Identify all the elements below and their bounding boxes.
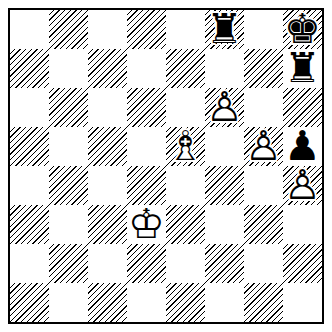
square-c5[interactable]: [88, 127, 127, 166]
square-a3[interactable]: [10, 205, 49, 244]
square-a8[interactable]: [10, 10, 49, 49]
square-f5[interactable]: [205, 127, 244, 166]
square-f3[interactable]: [205, 205, 244, 244]
white-pawn-h4: ♙: [283, 166, 322, 205]
square-c1[interactable]: [88, 283, 127, 322]
square-f6[interactable]: ♟♙: [205, 88, 244, 127]
square-g1[interactable]: [244, 283, 283, 322]
black-pawn-fill: ♟: [283, 127, 322, 166]
black-rook-h7: ♜: [283, 49, 322, 88]
square-h1[interactable]: [283, 283, 322, 322]
square-h6[interactable]: [283, 88, 322, 127]
square-a1[interactable]: [10, 283, 49, 322]
square-f1[interactable]: [205, 283, 244, 322]
black-king-fill: ♚: [283, 10, 322, 49]
square-b5[interactable]: [49, 127, 88, 166]
square-g6[interactable]: [244, 88, 283, 127]
chess-board: ♜♜♚♚♜♜♟♙♝♗♟♙♟♟♟♙♚♔: [10, 10, 322, 322]
black-rook-f8: ♜: [205, 10, 244, 49]
black-rook-fill: ♜: [205, 10, 244, 49]
square-d6[interactable]: [127, 88, 166, 127]
square-d4[interactable]: [127, 166, 166, 205]
square-d1[interactable]: [127, 283, 166, 322]
square-f2[interactable]: [205, 244, 244, 283]
square-f7[interactable]: [205, 49, 244, 88]
black-king-h8: ♚: [283, 10, 322, 49]
square-b8[interactable]: [49, 10, 88, 49]
square-c7[interactable]: [88, 49, 127, 88]
white-king-d3: ♔: [127, 205, 166, 244]
square-e6[interactable]: [166, 88, 205, 127]
square-g3[interactable]: [244, 205, 283, 244]
square-e2[interactable]: [166, 244, 205, 283]
square-b6[interactable]: [49, 88, 88, 127]
square-a7[interactable]: [10, 49, 49, 88]
chess-diagram-frame: ♜♜♚♚♜♜♟♙♝♗♟♙♟♟♟♙♚♔: [8, 8, 324, 324]
square-d2[interactable]: [127, 244, 166, 283]
square-g5[interactable]: ♟♙: [244, 127, 283, 166]
square-a2[interactable]: [10, 244, 49, 283]
white-bishop-fill: ♝: [166, 127, 205, 166]
white-pawn-fill: ♟: [283, 166, 322, 205]
square-e4[interactable]: [166, 166, 205, 205]
square-h7[interactable]: ♜♜: [283, 49, 322, 88]
black-pawn-h5: ♟: [283, 127, 322, 166]
white-pawn-f6: ♙: [205, 88, 244, 127]
square-f4[interactable]: [205, 166, 244, 205]
white-king-fill: ♚: [127, 205, 166, 244]
square-g2[interactable]: [244, 244, 283, 283]
square-g4[interactable]: [244, 166, 283, 205]
square-e5[interactable]: ♝♗: [166, 127, 205, 166]
square-f8[interactable]: ♜♜: [205, 10, 244, 49]
square-b2[interactable]: [49, 244, 88, 283]
square-g8[interactable]: [244, 10, 283, 49]
square-a6[interactable]: [10, 88, 49, 127]
square-b7[interactable]: [49, 49, 88, 88]
square-c4[interactable]: [88, 166, 127, 205]
white-bishop-e5: ♗: [166, 127, 205, 166]
square-b1[interactable]: [49, 283, 88, 322]
square-h3[interactable]: [283, 205, 322, 244]
square-d5[interactable]: [127, 127, 166, 166]
white-pawn-fill: ♟: [244, 127, 283, 166]
square-d3[interactable]: ♚♔: [127, 205, 166, 244]
square-e8[interactable]: [166, 10, 205, 49]
white-pawn-fill: ♟: [205, 88, 244, 127]
square-d7[interactable]: [127, 49, 166, 88]
square-h8[interactable]: ♚♚: [283, 10, 322, 49]
square-b3[interactable]: [49, 205, 88, 244]
square-h2[interactable]: [283, 244, 322, 283]
square-a5[interactable]: [10, 127, 49, 166]
square-c3[interactable]: [88, 205, 127, 244]
square-e7[interactable]: [166, 49, 205, 88]
square-e1[interactable]: [166, 283, 205, 322]
square-c6[interactable]: [88, 88, 127, 127]
square-b4[interactable]: [49, 166, 88, 205]
square-a4[interactable]: [10, 166, 49, 205]
white-pawn-g5: ♙: [244, 127, 283, 166]
square-h5[interactable]: ♟♟: [283, 127, 322, 166]
square-c2[interactable]: [88, 244, 127, 283]
square-d8[interactable]: [127, 10, 166, 49]
square-h4[interactable]: ♟♙: [283, 166, 322, 205]
square-e3[interactable]: [166, 205, 205, 244]
black-rook-fill: ♜: [283, 49, 322, 88]
square-g7[interactable]: [244, 49, 283, 88]
square-c8[interactable]: [88, 10, 127, 49]
